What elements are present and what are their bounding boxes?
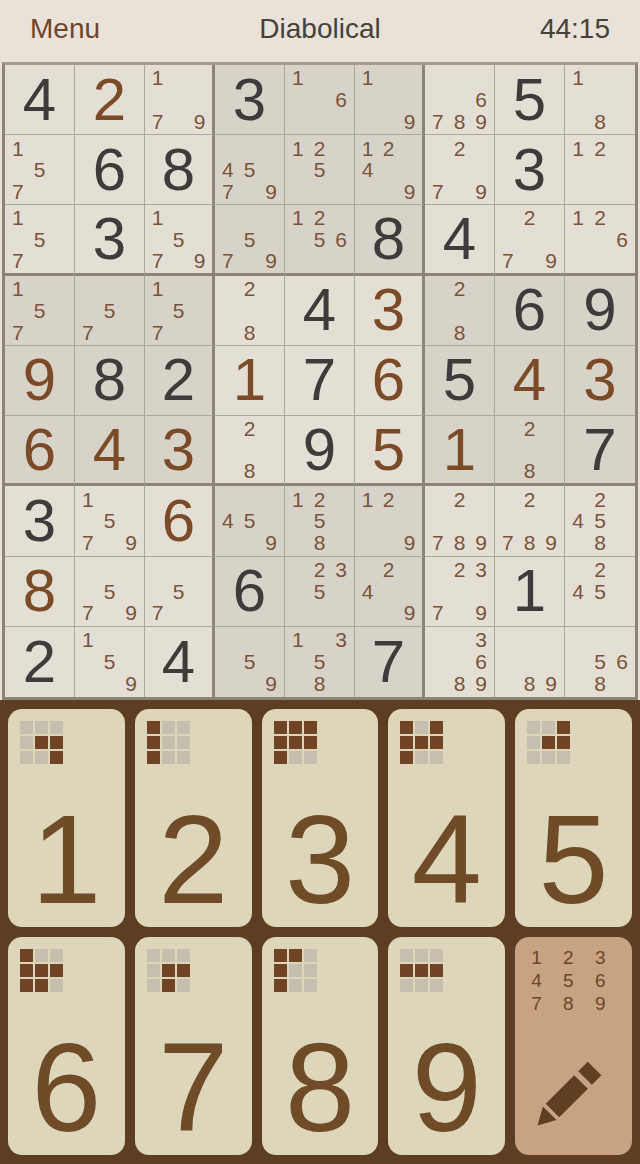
minimap-square xyxy=(542,736,555,749)
cell-r8c2[interactable]: 579 xyxy=(75,557,145,627)
given-digit: 9 xyxy=(583,280,616,340)
minimap-square xyxy=(20,949,33,962)
number-card-5[interactable]: 5 xyxy=(515,709,632,927)
given-digit: 4 xyxy=(23,70,56,130)
card-digit: 8 xyxy=(285,1038,355,1155)
cell-r6c1[interactable]: 6 xyxy=(5,416,75,486)
minimap-square xyxy=(177,751,190,764)
pencil-marks: 1358 xyxy=(287,629,352,695)
minimap-square xyxy=(35,949,48,962)
minimap-square xyxy=(162,721,175,734)
pencil-marks: 6789 xyxy=(427,67,492,132)
pencil-marks: 279 xyxy=(427,137,492,202)
minimap-square xyxy=(289,979,302,992)
cell-r6c9[interactable]: 7 xyxy=(565,416,635,486)
cell-r4c5[interactable]: 4 xyxy=(285,276,355,346)
pencil-card-digits: 1 2 3 4 5 6 7 8 9 xyxy=(531,947,613,1015)
cell-r5c4[interactable]: 1 xyxy=(215,346,285,416)
minimap-square xyxy=(400,736,413,749)
cell-r2c1[interactable]: 157 xyxy=(5,135,75,205)
cell-r5c9[interactable]: 3 xyxy=(565,346,635,416)
minimap-square xyxy=(557,751,570,764)
minimap-square xyxy=(400,964,413,977)
card-digit: 2 xyxy=(158,810,228,927)
user-digit: 6 xyxy=(23,420,56,480)
given-digit: 4 xyxy=(162,632,195,692)
card-digit: 4 xyxy=(412,810,482,927)
sudoku-board: 4217931619678951815768457912512492793121… xyxy=(2,62,638,700)
cell-r6c6[interactable]: 5 xyxy=(355,416,425,486)
given-digit: 5 xyxy=(443,350,476,410)
minimap-square xyxy=(147,949,160,962)
pencil-marks: 126 xyxy=(567,207,633,270)
given-digit: 4 xyxy=(303,280,336,340)
minimap-square xyxy=(400,751,413,764)
minimap-square xyxy=(304,721,317,734)
user-digit: 8 xyxy=(23,561,56,621)
minimap-square xyxy=(50,949,63,962)
minimap-square xyxy=(147,751,160,764)
cell-r8c6[interactable]: 249 xyxy=(355,557,425,627)
minimap-square xyxy=(542,751,555,764)
minimap-square xyxy=(289,736,302,749)
cell-r7c5[interactable]: 1258 xyxy=(285,486,355,556)
cell-r1c7[interactable]: 6789 xyxy=(425,65,495,135)
cell-r8c9[interactable]: 245 xyxy=(565,557,635,627)
minimap-square xyxy=(415,751,428,764)
cell-r4c7[interactable]: 28 xyxy=(425,276,495,346)
given-digit: 9 xyxy=(303,420,336,480)
cell-r3c9[interactable]: 126 xyxy=(565,205,635,275)
number-card-2[interactable]: 2 xyxy=(135,709,252,927)
card-digit: 3 xyxy=(285,810,355,927)
cell-r1c3[interactable]: 179 xyxy=(145,65,215,135)
minimap-square xyxy=(20,964,33,977)
number-card-1[interactable]: 1 xyxy=(8,709,125,927)
number-card-9[interactable]: 9 xyxy=(388,937,505,1155)
minimap-square xyxy=(304,964,317,977)
minimap-square xyxy=(50,979,63,992)
cell-r5c7[interactable]: 5 xyxy=(425,346,495,416)
minimap-square xyxy=(289,949,302,962)
cell-r6c2[interactable]: 4 xyxy=(75,416,145,486)
given-digit: 8 xyxy=(93,350,126,410)
cell-r1c2[interactable]: 2 xyxy=(75,65,145,135)
minimap-square xyxy=(400,949,413,962)
cell-r2c8[interactable]: 3 xyxy=(495,135,565,205)
given-digit: 6 xyxy=(93,140,126,200)
cell-r1c8[interactable]: 5 xyxy=(495,65,565,135)
cell-r4c6[interactable]: 3 xyxy=(355,276,425,346)
cell-r7c9[interactable]: 2458 xyxy=(565,486,635,556)
pencil-marks: 1258 xyxy=(287,488,352,553)
box-completion-minimap xyxy=(527,721,570,764)
cell-r8c1[interactable]: 8 xyxy=(5,557,75,627)
cell-r7c1[interactable]: 3 xyxy=(5,486,75,556)
number-card-4[interactable]: 4 xyxy=(388,709,505,927)
given-digit: 2 xyxy=(23,632,56,692)
pencil-marks: 157 xyxy=(7,137,72,202)
cell-r4c1[interactable]: 157 xyxy=(5,276,75,346)
minimap-square xyxy=(527,751,540,764)
given-digit: 8 xyxy=(372,209,405,269)
minimap-square xyxy=(35,751,48,764)
pencil-marks: 125 xyxy=(287,137,352,202)
cell-r1c6[interactable]: 19 xyxy=(355,65,425,135)
minimap-square xyxy=(415,949,428,962)
minimap-square xyxy=(35,736,48,749)
minimap-square xyxy=(274,751,287,764)
pencil-marks: 459 xyxy=(217,488,282,553)
pencil-marks: 2458 xyxy=(567,488,633,553)
pencil-marks: 28 xyxy=(427,278,492,343)
cell-r9c6[interactable]: 7 xyxy=(355,627,425,697)
pencil-marks: 18 xyxy=(567,67,633,132)
minimap-square xyxy=(20,979,33,992)
minimap-square xyxy=(304,949,317,962)
minimap-square xyxy=(430,949,443,962)
given-digit: 5 xyxy=(513,70,546,130)
cell-r5c8[interactable]: 4 xyxy=(495,346,565,416)
cell-r1c9[interactable]: 18 xyxy=(565,65,635,135)
cell-r2c9[interactable]: 12 xyxy=(565,135,635,205)
cell-r1c4[interactable]: 3 xyxy=(215,65,285,135)
pencil-marks: 28 xyxy=(217,418,282,481)
given-digit: 3 xyxy=(233,70,266,130)
minimap-square xyxy=(20,721,33,734)
box-completion-minimap xyxy=(400,721,443,764)
pencil-marks: 89 xyxy=(497,629,562,695)
cell-r4c3[interactable]: 157 xyxy=(145,276,215,346)
pencil-marks: 579 xyxy=(77,559,142,624)
cell-r6c4[interactable]: 28 xyxy=(215,416,285,486)
box-completion-minimap xyxy=(274,721,317,764)
cell-r3c7[interactable]: 4 xyxy=(425,205,495,275)
cell-r8c4[interactable]: 6 xyxy=(215,557,285,627)
pencil-marks: 4579 xyxy=(217,137,282,202)
minimap-square xyxy=(177,949,190,962)
cell-r2c5[interactable]: 125 xyxy=(285,135,355,205)
given-digit: 3 xyxy=(513,140,546,200)
user-digit: 1 xyxy=(443,420,476,480)
cell-r9c2[interactable]: 159 xyxy=(75,627,145,697)
cell-r2c2[interactable]: 6 xyxy=(75,135,145,205)
card-digit: 7 xyxy=(158,1038,228,1155)
cell-r6c5[interactable]: 9 xyxy=(285,416,355,486)
minimap-square xyxy=(527,736,540,749)
pencil-marks: 249 xyxy=(357,559,420,624)
pencil-marks: 57 xyxy=(147,559,210,624)
user-digit: 4 xyxy=(513,350,546,410)
minimap-square xyxy=(274,949,287,962)
cell-r2c6[interactable]: 1249 xyxy=(355,135,425,205)
box-completion-minimap xyxy=(20,721,63,764)
cell-r3c1[interactable]: 157 xyxy=(5,205,75,275)
given-digit: 3 xyxy=(93,209,126,269)
minimap-square xyxy=(289,964,302,977)
cell-r3c5[interactable]: 1256 xyxy=(285,205,355,275)
pencil-marks: 579 xyxy=(217,207,282,270)
pencil-marks: 235 xyxy=(287,559,352,624)
pencil-marks: 179 xyxy=(147,67,210,132)
cell-r5c2[interactable]: 8 xyxy=(75,346,145,416)
pencil-marks: 1579 xyxy=(147,207,210,270)
cell-r1c5[interactable]: 16 xyxy=(285,65,355,135)
minimap-square xyxy=(415,736,428,749)
minimap-square xyxy=(415,721,428,734)
pencil-marks: 157 xyxy=(147,278,210,343)
pencil-marks: 3689 xyxy=(427,629,492,695)
cell-r3c8[interactable]: 279 xyxy=(495,205,565,275)
pencil-marks: 1579 xyxy=(77,488,142,553)
minimap-square xyxy=(400,721,413,734)
cell-r7c2[interactable]: 1579 xyxy=(75,486,145,556)
card-digit: 1 xyxy=(31,810,101,927)
given-digit: 4 xyxy=(443,209,476,269)
given-digit: 8 xyxy=(162,140,195,200)
minimap-square xyxy=(304,736,317,749)
box-completion-minimap xyxy=(274,949,317,992)
user-digit: 5 xyxy=(372,420,405,480)
minimap-square xyxy=(147,721,160,734)
given-digit: 7 xyxy=(303,350,336,410)
cell-r5c6[interactable]: 6 xyxy=(355,346,425,416)
cell-r5c1[interactable]: 9 xyxy=(5,346,75,416)
card-digit: 9 xyxy=(412,1038,482,1155)
cell-r7c7[interactable]: 2789 xyxy=(425,486,495,556)
minimap-square xyxy=(274,964,287,977)
cell-r7c6[interactable]: 129 xyxy=(355,486,425,556)
cell-r9c8[interactable]: 89 xyxy=(495,627,565,697)
cell-r5c3[interactable]: 2 xyxy=(145,346,215,416)
minimap-square xyxy=(177,979,190,992)
minimap-square xyxy=(289,721,302,734)
minimap-square xyxy=(50,721,63,734)
number-card-7[interactable]: 7 xyxy=(135,937,252,1155)
pencil-marks: 59 xyxy=(217,629,282,695)
cell-r2c7[interactable]: 279 xyxy=(425,135,495,205)
minimap-square xyxy=(304,979,317,992)
pencil-marks: 2789 xyxy=(497,488,562,553)
minimap-square xyxy=(162,736,175,749)
given-digit: 1 xyxy=(513,561,546,621)
user-digit: 1 xyxy=(233,350,266,410)
number-pad: 123456789 1 2 3 4 5 6 7 8 9 xyxy=(0,700,640,1164)
minimap-square xyxy=(147,736,160,749)
minimap-square xyxy=(415,979,428,992)
cell-r6c3[interactable]: 3 xyxy=(145,416,215,486)
minimap-square xyxy=(304,751,317,764)
pencil-marks: 2379 xyxy=(427,559,492,624)
minimap-square xyxy=(430,736,443,749)
pencil-marks: 2789 xyxy=(427,488,492,553)
minimap-square xyxy=(177,721,190,734)
minimap-square xyxy=(50,751,63,764)
cell-r4c9[interactable]: 9 xyxy=(565,276,635,346)
minimap-square xyxy=(527,721,540,734)
cell-r2c3[interactable]: 8 xyxy=(145,135,215,205)
minimap-square xyxy=(177,736,190,749)
given-digit: 7 xyxy=(583,420,616,480)
pencil-icon xyxy=(526,1041,622,1137)
user-digit: 6 xyxy=(162,491,195,551)
cell-r2c4[interactable]: 4579 xyxy=(215,135,285,205)
minimap-square xyxy=(430,721,443,734)
given-digit: 6 xyxy=(233,561,266,621)
user-digit: 9 xyxy=(23,350,56,410)
card-digit: 6 xyxy=(31,1038,101,1155)
number-card-3[interactable]: 3 xyxy=(262,709,379,927)
given-digit: 6 xyxy=(513,280,546,340)
given-digit: 2 xyxy=(162,350,195,410)
cell-r4c2[interactable]: 57 xyxy=(75,276,145,346)
minimap-square xyxy=(400,979,413,992)
cell-r9c1[interactable]: 2 xyxy=(5,627,75,697)
minimap-square xyxy=(35,721,48,734)
cell-r8c5[interactable]: 235 xyxy=(285,557,355,627)
pencil-marks: 1256 xyxy=(287,207,352,270)
box-completion-minimap xyxy=(147,721,190,764)
cell-r3c3[interactable]: 1579 xyxy=(145,205,215,275)
minimap-square xyxy=(147,979,160,992)
minimap-square xyxy=(289,751,302,764)
minimap-square xyxy=(430,964,443,977)
user-digit: 6 xyxy=(372,350,405,410)
given-digit: 7 xyxy=(372,632,405,692)
cell-r7c3[interactable]: 6 xyxy=(145,486,215,556)
minimap-square xyxy=(35,979,48,992)
minimap-square xyxy=(557,721,570,734)
pencil-marks: 12 xyxy=(567,137,633,202)
pencil-marks: 157 xyxy=(7,278,72,343)
pencil-marks: 28 xyxy=(217,278,282,343)
user-digit: 2 xyxy=(93,70,126,130)
cell-r9c5[interactable]: 1358 xyxy=(285,627,355,697)
box-completion-minimap xyxy=(20,949,63,992)
cell-r3c2[interactable]: 3 xyxy=(75,205,145,275)
pencil-marks: 16 xyxy=(287,67,352,132)
pencil-marks: 159 xyxy=(77,629,142,695)
minimap-square xyxy=(177,964,190,977)
minimap-square xyxy=(35,964,48,977)
pencil-marks: 1249 xyxy=(357,137,420,202)
pencil-mode-button[interactable]: 1 2 3 4 5 6 7 8 9 xyxy=(515,937,632,1155)
minimap-square xyxy=(50,964,63,977)
number-card-8[interactable]: 8 xyxy=(262,937,379,1155)
cell-r6c8[interactable]: 28 xyxy=(495,416,565,486)
cell-r8c3[interactable]: 57 xyxy=(145,557,215,627)
minimap-square xyxy=(542,721,555,734)
minimap-square xyxy=(274,979,287,992)
minimap-square xyxy=(274,736,287,749)
pencil-marks: 28 xyxy=(497,418,562,481)
minimap-square xyxy=(162,751,175,764)
cell-r7c4[interactable]: 459 xyxy=(215,486,285,556)
minimap-square xyxy=(430,979,443,992)
minimap-square xyxy=(274,721,287,734)
cell-r4c4[interactable]: 28 xyxy=(215,276,285,346)
cell-r4c8[interactable]: 6 xyxy=(495,276,565,346)
user-digit: 4 xyxy=(93,420,126,480)
pencil-marks: 568 xyxy=(567,629,633,695)
pencil-marks: 19 xyxy=(357,67,420,132)
minimap-square xyxy=(430,751,443,764)
pencil-marks: 279 xyxy=(497,207,562,270)
cell-r3c6[interactable]: 8 xyxy=(355,205,425,275)
box-completion-minimap xyxy=(147,949,190,992)
user-digit: 3 xyxy=(583,350,616,410)
card-digit: 5 xyxy=(539,810,609,927)
minimap-square xyxy=(557,736,570,749)
cell-r9c9[interactable]: 568 xyxy=(565,627,635,697)
minimap-square xyxy=(415,964,428,977)
pencil-marks: 157 xyxy=(7,207,72,270)
cell-r8c8[interactable]: 1 xyxy=(495,557,565,627)
minimap-square xyxy=(147,964,160,977)
cell-r9c7[interactable]: 3689 xyxy=(425,627,495,697)
box-completion-minimap xyxy=(400,949,443,992)
user-digit: 3 xyxy=(372,280,405,340)
user-digit: 3 xyxy=(162,420,195,480)
minimap-square xyxy=(50,736,63,749)
cell-r8c7[interactable]: 2379 xyxy=(425,557,495,627)
cell-r5c5[interactable]: 7 xyxy=(285,346,355,416)
cell-r7c8[interactable]: 2789 xyxy=(495,486,565,556)
cell-r6c7[interactable]: 1 xyxy=(425,416,495,486)
cell-r1c1[interactable]: 4 xyxy=(5,65,75,135)
minimap-square xyxy=(162,964,175,977)
minimap-square xyxy=(162,949,175,962)
number-card-6[interactable]: 6 xyxy=(8,937,125,1155)
given-digit: 3 xyxy=(23,491,56,551)
top-bar: Diabolical Menu 44:15 xyxy=(0,0,640,57)
page-title: Diabolical xyxy=(0,13,640,45)
cell-r9c4[interactable]: 59 xyxy=(215,627,285,697)
pencil-marks: 129 xyxy=(357,488,420,553)
cell-r9c3[interactable]: 4 xyxy=(145,627,215,697)
pencil-marks: 245 xyxy=(567,559,633,624)
minimap-square xyxy=(20,736,33,749)
minimap-square xyxy=(162,979,175,992)
cell-r3c4[interactable]: 579 xyxy=(215,205,285,275)
minimap-square xyxy=(20,751,33,764)
pencil-marks: 57 xyxy=(77,278,142,343)
